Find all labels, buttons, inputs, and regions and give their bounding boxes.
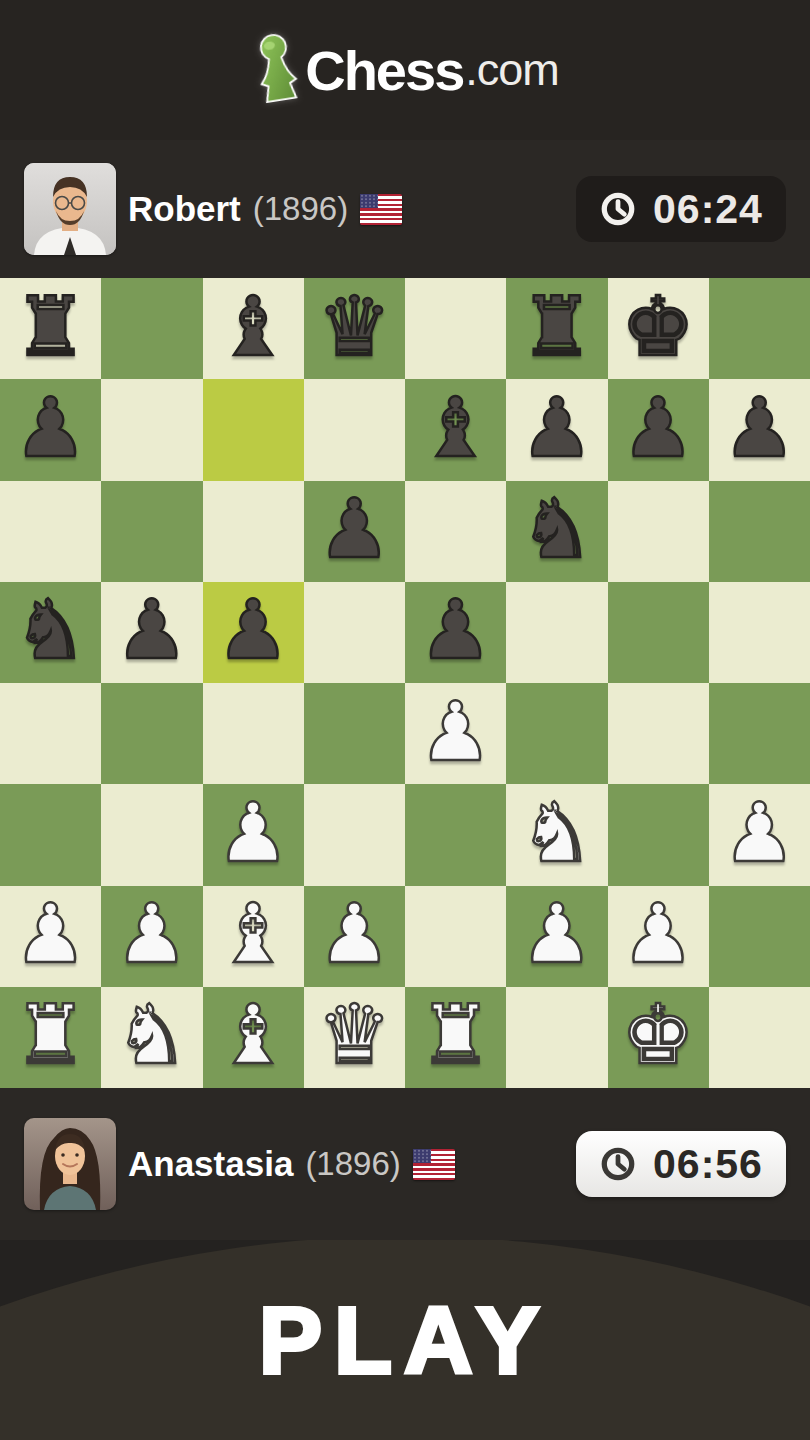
square-b2[interactable]: ♟ [101,886,202,987]
square-b8[interactable] [101,278,202,379]
player-rating: (1896) [305,1145,400,1183]
square-d6[interactable]: ♟ [304,481,405,582]
square-h5[interactable] [709,582,810,683]
opponent-bar: Robert (1896) 06:24 [0,140,810,278]
player-bar: Anastasia (1896) 06:56 [0,1088,810,1240]
square-h2[interactable] [709,886,810,987]
bottom-panel: PLAY [0,1240,810,1440]
piece-white-pawn[interactable]: ♟ [621,893,695,975]
square-b3[interactable] [101,784,202,885]
square-h7[interactable]: ♟ [709,379,810,480]
square-e6[interactable] [405,481,506,582]
brand-text: Chess [305,38,463,103]
play-button[interactable]: PLAY [0,1240,810,1440]
opponent-clock: 06:24 [576,176,786,242]
clock-icon [599,190,637,228]
square-f7[interactable]: ♟ [506,379,607,480]
square-a6[interactable] [0,481,101,582]
square-e7[interactable]: ♝ [405,379,506,480]
square-c4[interactable] [203,683,304,784]
square-a1[interactable]: ♜ [0,987,101,1088]
brand-suffix-text: .com [465,44,559,96]
square-c7[interactable] [203,379,304,480]
piece-black-pawn[interactable]: ♟ [14,387,88,469]
square-f2[interactable]: ♟ [506,886,607,987]
chesscom-logo: Chess .com [251,32,559,108]
square-b7[interactable] [101,379,202,480]
play-button-label: PLAY [259,1286,552,1395]
square-g7[interactable]: ♟ [608,379,709,480]
square-c6[interactable] [203,481,304,582]
square-a2[interactable]: ♟ [0,886,101,987]
piece-white-rook[interactable]: ♜ [419,994,493,1076]
square-e8[interactable] [405,278,506,379]
chess-board: ♜♝♛♜♚♟♝♟♟♟♟♞♞♟♟♟♟♟♞♟♟♟♝♟♟♟♜♞♝♛♜♚ [0,278,810,1088]
piece-black-knight[interactable]: ♞ [14,589,88,671]
piece-white-pawn[interactable]: ♟ [520,893,594,975]
app-header: Chess .com [0,0,810,140]
piece-white-queen[interactable]: ♛ [318,994,392,1076]
piece-black-rook[interactable]: ♜ [520,286,594,368]
piece-black-pawn[interactable]: ♟ [621,387,695,469]
piece-white-pawn[interactable]: ♟ [318,893,392,975]
piece-white-king[interactable]: ♚ [621,994,695,1076]
square-g6[interactable] [608,481,709,582]
square-d4[interactable] [304,683,405,784]
square-f8[interactable]: ♜ [506,278,607,379]
square-c2[interactable]: ♝ [203,886,304,987]
square-g1[interactable]: ♚ [608,987,709,1088]
piece-white-pawn[interactable]: ♟ [216,792,290,874]
square-e3[interactable] [405,784,506,885]
square-e5[interactable]: ♟ [405,582,506,683]
square-e4[interactable]: ♟ [405,683,506,784]
square-a8[interactable]: ♜ [0,278,101,379]
square-b4[interactable] [101,683,202,784]
piece-black-pawn[interactable]: ♟ [318,488,392,570]
square-g5[interactable] [608,582,709,683]
opponent-rating: (1896) [253,190,348,228]
player-info: Anastasia (1896) [128,1144,576,1184]
piece-white-pawn[interactable]: ♟ [115,893,189,975]
square-c8[interactable]: ♝ [203,278,304,379]
opponent-info: Robert (1896) [128,189,576,229]
opponent-time: 06:24 [653,186,763,233]
green-pawn-icon [245,26,308,109]
square-a7[interactable]: ♟ [0,379,101,480]
square-b5[interactable]: ♟ [101,582,202,683]
piece-black-queen[interactable]: ♛ [318,286,392,368]
square-c1[interactable]: ♝ [203,987,304,1088]
square-d1[interactable]: ♛ [304,987,405,1088]
square-f3[interactable]: ♞ [506,784,607,885]
square-e1[interactable]: ♜ [405,987,506,1088]
piece-black-pawn[interactable]: ♟ [520,387,594,469]
square-f6[interactable]: ♞ [506,481,607,582]
square-d3[interactable] [304,784,405,885]
square-f1[interactable] [506,987,607,1088]
square-d8[interactable]: ♛ [304,278,405,379]
square-h8[interactable] [709,278,810,379]
square-a5[interactable]: ♞ [0,582,101,683]
opponent-name: Robert [128,189,241,229]
piece-white-bishop[interactable]: ♝ [216,994,290,1076]
us-flag-icon [413,1149,455,1180]
piece-white-bishop[interactable]: ♝ [216,893,290,975]
piece-black-bishop[interactable]: ♝ [216,286,290,368]
square-h4[interactable] [709,683,810,784]
square-g4[interactable] [608,683,709,784]
piece-white-pawn[interactable]: ♟ [14,893,88,975]
square-g2[interactable]: ♟ [608,886,709,987]
piece-black-pawn[interactable]: ♟ [723,387,797,469]
square-d7[interactable] [304,379,405,480]
piece-white-knight[interactable]: ♞ [520,792,594,874]
square-b6[interactable] [101,481,202,582]
us-flag-icon [360,194,402,225]
player-clock: 06:56 [576,1131,786,1197]
piece-white-rook[interactable]: ♜ [14,994,88,1076]
piece-white-pawn[interactable]: ♟ [723,792,797,874]
piece-black-pawn[interactable]: ♟ [216,589,290,671]
square-c3[interactable]: ♟ [203,784,304,885]
square-b1[interactable]: ♞ [101,987,202,1088]
square-g8[interactable]: ♚ [608,278,709,379]
piece-black-knight[interactable]: ♞ [520,488,594,570]
player-time: 06:56 [653,1141,763,1188]
player-avatar[interactable] [24,1118,116,1210]
piece-black-king[interactable]: ♚ [621,286,695,368]
square-e2[interactable] [405,886,506,987]
square-d5[interactable] [304,582,405,683]
square-f5[interactable] [506,582,607,683]
app-screen: Chess .com Rober [0,0,810,1440]
piece-black-rook[interactable]: ♜ [14,286,88,368]
square-c5[interactable]: ♟ [203,582,304,683]
piece-black-pawn[interactable]: ♟ [115,589,189,671]
piece-white-pawn[interactable]: ♟ [419,691,493,773]
square-a4[interactable] [0,683,101,784]
piece-white-knight[interactable]: ♞ [115,994,189,1076]
square-h6[interactable] [709,481,810,582]
piece-black-bishop[interactable]: ♝ [419,387,493,469]
square-f4[interactable] [506,683,607,784]
piece-black-pawn[interactable]: ♟ [419,589,493,671]
clock-icon [599,1145,637,1183]
opponent-avatar[interactable] [24,163,116,255]
square-h1[interactable] [709,987,810,1088]
square-h3[interactable]: ♟ [709,784,810,885]
square-g3[interactable] [608,784,709,885]
square-d2[interactable]: ♟ [304,886,405,987]
square-a3[interactable] [0,784,101,885]
player-name: Anastasia [128,1144,293,1184]
